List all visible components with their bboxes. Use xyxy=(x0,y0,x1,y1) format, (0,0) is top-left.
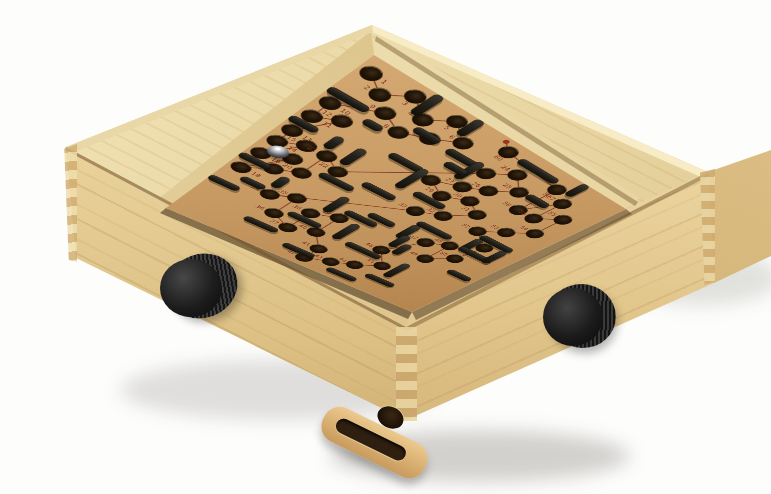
labyrinth-game-photo: 1234567891011121314151617181920212223242… xyxy=(0,0,771,494)
left-tilt-knob[interactable] xyxy=(160,259,222,317)
front-tilt-knob[interactable] xyxy=(543,288,603,346)
finger-joint-near-corner xyxy=(396,327,417,421)
finger-joint-west-corner xyxy=(62,144,77,262)
